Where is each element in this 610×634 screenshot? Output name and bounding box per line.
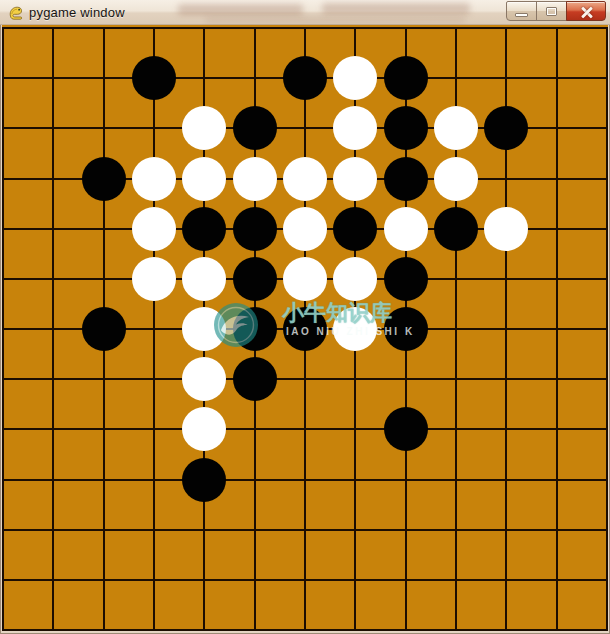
minimize-icon bbox=[515, 13, 528, 17]
white-stone bbox=[182, 157, 226, 201]
black-stone bbox=[384, 157, 428, 201]
white-stone bbox=[132, 157, 176, 201]
black-stone bbox=[384, 257, 428, 301]
white-stone bbox=[283, 157, 327, 201]
black-stone bbox=[233, 106, 277, 150]
grid-line-vertical bbox=[556, 27, 558, 631]
white-stone bbox=[434, 157, 478, 201]
white-stone bbox=[182, 357, 226, 401]
black-stone bbox=[82, 157, 126, 201]
grid-line-horizontal bbox=[2, 629, 608, 631]
black-stone bbox=[333, 207, 377, 251]
window-title: pygame window bbox=[29, 5, 125, 20]
black-stone bbox=[283, 56, 327, 100]
black-stone bbox=[384, 307, 428, 351]
black-stone bbox=[434, 207, 478, 251]
white-stone bbox=[182, 307, 226, 351]
minimize-button[interactable] bbox=[506, 1, 537, 21]
black-stone bbox=[484, 106, 528, 150]
grid-line-horizontal bbox=[2, 579, 608, 581]
white-stone bbox=[132, 257, 176, 301]
white-stone bbox=[333, 106, 377, 150]
black-stone bbox=[384, 106, 428, 150]
maximize-button[interactable] bbox=[536, 1, 567, 21]
close-button[interactable] bbox=[566, 1, 606, 21]
white-stone bbox=[182, 257, 226, 301]
maximize-icon bbox=[546, 7, 557, 16]
white-stone bbox=[333, 307, 377, 351]
black-stone bbox=[233, 357, 277, 401]
gomoku-board[interactable]: 小牛知识库 IAO NIU ZHI SHI K bbox=[2, 25, 608, 631]
white-stone bbox=[283, 207, 327, 251]
grid-line-horizontal bbox=[2, 479, 608, 481]
title-bar[interactable]: pygame window bbox=[0, 0, 610, 25]
grid-line-vertical bbox=[606, 27, 608, 631]
white-stone bbox=[333, 56, 377, 100]
black-stone bbox=[384, 407, 428, 451]
glass-smudge bbox=[178, 4, 303, 15]
white-stone bbox=[333, 157, 377, 201]
white-stone bbox=[283, 257, 327, 301]
pygame-snake-icon bbox=[7, 4, 24, 21]
grid-line-horizontal bbox=[2, 378, 608, 380]
pygame-window: pygame window 小牛知识库 IAO NIU ZHI SHI K bbox=[0, 0, 610, 634]
white-stone bbox=[384, 207, 428, 251]
black-stone bbox=[132, 56, 176, 100]
glass-smudge bbox=[205, 17, 465, 23]
white-stone bbox=[434, 106, 478, 150]
black-stone bbox=[233, 257, 277, 301]
white-stone bbox=[333, 257, 377, 301]
white-stone bbox=[132, 207, 176, 251]
white-stone bbox=[233, 157, 277, 201]
black-stone bbox=[233, 207, 277, 251]
grid-line-horizontal bbox=[2, 529, 608, 531]
white-stone bbox=[182, 407, 226, 451]
black-stone bbox=[283, 307, 327, 351]
black-stone bbox=[182, 207, 226, 251]
black-stone bbox=[384, 56, 428, 100]
grid-line-horizontal bbox=[2, 428, 608, 430]
glass-smudge bbox=[322, 3, 470, 14]
close-icon bbox=[581, 6, 593, 18]
black-stone bbox=[182, 458, 226, 502]
white-stone bbox=[182, 106, 226, 150]
black-stone bbox=[233, 307, 277, 351]
black-stone bbox=[82, 307, 126, 351]
white-stone bbox=[484, 207, 528, 251]
